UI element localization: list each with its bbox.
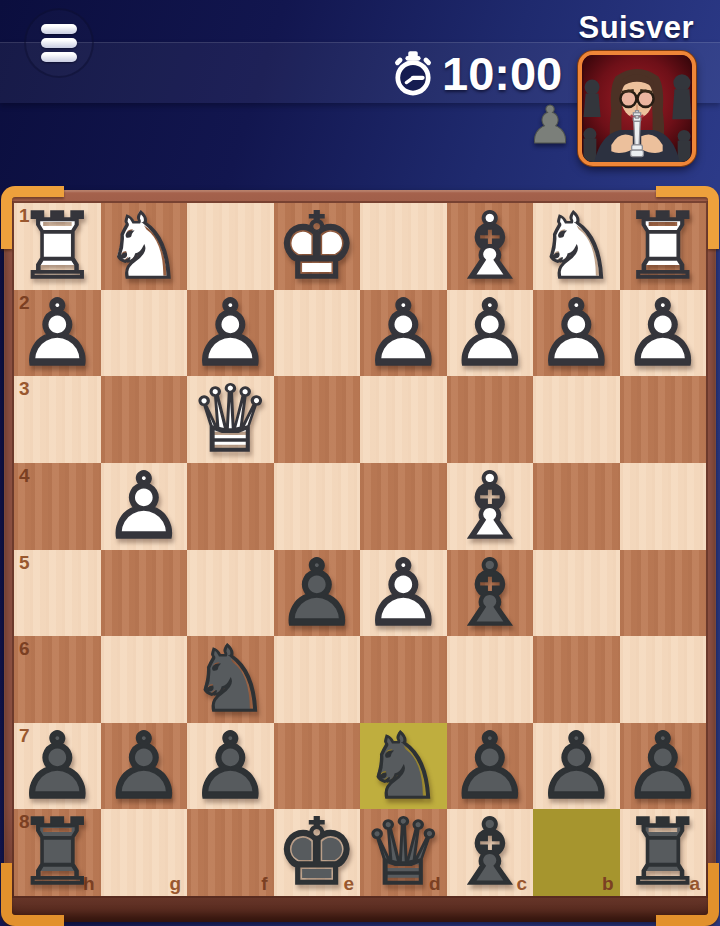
black-pawn-g7[interactable]: ♟♙: [101, 723, 188, 810]
square-a6[interactable]: [620, 636, 707, 723]
white-pawn-outline: ♙: [620, 290, 707, 377]
square-c8[interactable]: c♝♗: [447, 809, 534, 896]
square-c3[interactable]: [447, 376, 534, 463]
black-bishop-c5[interactable]: ♝♗: [447, 550, 534, 637]
square-d3[interactable]: [360, 376, 447, 463]
white-knight-b1[interactable]: ♞♘: [533, 203, 620, 290]
board-corner-bracket-top-left: [1, 186, 64, 249]
square-b6[interactable]: [533, 636, 620, 723]
black-pawn-h7[interactable]: ♟♙: [14, 723, 101, 810]
white-pawn-outline: ♙: [14, 290, 101, 377]
board-corner-bracket-top-right: [656, 186, 719, 249]
square-d1[interactable]: [360, 203, 447, 290]
square-f8[interactable]: f: [187, 809, 274, 896]
white-king-outline: ♔: [274, 203, 361, 290]
square-c6[interactable]: [447, 636, 534, 723]
rank-label-5: 5: [19, 553, 30, 572]
square-a2[interactable]: ♟♙: [620, 290, 707, 377]
white-pawn-c2[interactable]: ♟♙: [447, 290, 534, 377]
white-queen-f3[interactable]: ♛♕: [187, 376, 274, 463]
white-bishop-c4[interactable]: ♝♗: [447, 463, 534, 550]
board-corner-bracket-bottom-right: [656, 863, 719, 926]
square-f7[interactable]: ♟♙: [187, 723, 274, 810]
stopwatch-icon: [394, 51, 432, 97]
file-label-g: g: [169, 874, 181, 893]
white-pawn-a2[interactable]: ♟♙: [620, 290, 707, 377]
white-pawn-f2[interactable]: ♟♙: [187, 290, 274, 377]
square-f2[interactable]: ♟♙: [187, 290, 274, 377]
square-a3[interactable]: [620, 376, 707, 463]
white-pawn-outline: ♙: [447, 290, 534, 377]
black-pawn-outline: ♙: [620, 723, 707, 810]
square-b7[interactable]: ♟♙: [533, 723, 620, 810]
white-pawn-outline: ♙: [187, 290, 274, 377]
square-g7[interactable]: ♟♙: [101, 723, 188, 810]
white-knight-g1[interactable]: ♞♘: [101, 203, 188, 290]
square-g2[interactable]: [101, 290, 188, 377]
square-h5[interactable]: 5: [14, 550, 101, 637]
black-pawn-outline: ♙: [274, 550, 361, 637]
black-knight-outline: ♘: [187, 636, 274, 723]
square-h6[interactable]: 6: [14, 636, 101, 723]
black-pawn-outline: ♙: [187, 723, 274, 810]
white-pawn-h2[interactable]: ♟♙: [14, 290, 101, 377]
opponent-avatar[interactable]: [578, 51, 696, 166]
captured-pawn-icon: ♟: [526, 96, 574, 154]
rank-label-6: 6: [19, 639, 30, 658]
square-e7[interactable]: [274, 723, 361, 810]
square-f1[interactable]: [187, 203, 274, 290]
rank-label-4: 4: [19, 466, 30, 485]
square-b4[interactable]: [533, 463, 620, 550]
square-e3[interactable]: [274, 376, 361, 463]
black-pawn-b7[interactable]: ♟♙: [533, 723, 620, 810]
black-pawn-a7[interactable]: ♟♙: [620, 723, 707, 810]
black-queen-d8[interactable]: ♛♕: [360, 809, 447, 896]
square-d8[interactable]: d♛♕: [360, 809, 447, 896]
square-b2[interactable]: ♟♙: [533, 290, 620, 377]
square-c7[interactable]: ♟♙: [447, 723, 534, 810]
square-f5[interactable]: [187, 550, 274, 637]
square-h4[interactable]: 4: [14, 463, 101, 550]
black-pawn-e5[interactable]: ♟♙: [274, 550, 361, 637]
white-bishop-c1[interactable]: ♝♗: [447, 203, 534, 290]
square-c5[interactable]: ♝♗: [447, 550, 534, 637]
white-knight-outline: ♘: [533, 203, 620, 290]
black-knight-d7[interactable]: ♞♘: [360, 723, 447, 810]
white-pawn-outline: ♙: [101, 463, 188, 550]
square-e5[interactable]: ♟♙: [274, 550, 361, 637]
square-g4[interactable]: ♟♙: [101, 463, 188, 550]
black-pawn-f7[interactable]: ♟♙: [187, 723, 274, 810]
square-e1[interactable]: ♚♔: [274, 203, 361, 290]
square-b5[interactable]: [533, 550, 620, 637]
square-f4[interactable]: [187, 463, 274, 550]
black-king-outline: ♔: [274, 809, 361, 896]
square-e6[interactable]: [274, 636, 361, 723]
square-c4[interactable]: ♝♗: [447, 463, 534, 550]
black-bishop-outline: ♗: [447, 550, 534, 637]
square-b3[interactable]: [533, 376, 620, 463]
square-g3[interactable]: [101, 376, 188, 463]
menu-button[interactable]: [24, 8, 94, 78]
square-g8[interactable]: g: [101, 809, 188, 896]
square-b1[interactable]: ♞♘: [533, 203, 620, 290]
white-pawn-outline: ♙: [360, 550, 447, 637]
black-pawn-outline: ♙: [14, 723, 101, 810]
square-g6[interactable]: [101, 636, 188, 723]
clock-time: 10:00: [442, 50, 562, 97]
black-pawn-outline: ♙: [533, 723, 620, 810]
square-e4[interactable]: [274, 463, 361, 550]
file-label-b: b: [602, 874, 614, 893]
square-g5[interactable]: [101, 550, 188, 637]
square-b8[interactable]: b: [533, 809, 620, 896]
white-knight-outline: ♘: [101, 203, 188, 290]
black-bishop-outline: ♗: [447, 809, 534, 896]
white-pawn-d2[interactable]: ♟♙: [360, 290, 447, 377]
square-d4[interactable]: [360, 463, 447, 550]
black-king-e8[interactable]: ♚♔: [274, 809, 361, 896]
opponent-name: Suisver: [578, 10, 694, 46]
square-e2[interactable]: [274, 290, 361, 377]
white-queen-outline: ♕: [187, 376, 274, 463]
board-squares: 1♜♖♞♘♚♔♝♗♞♘♜♖2♟♙♟♙♟♙♟♙♟♙♟♙3♛♕4♟♙♝♗5♟♙♟♙♝…: [14, 203, 706, 896]
hamburger-icon: [41, 24, 77, 34]
square-c2[interactable]: ♟♙: [447, 290, 534, 377]
square-d7[interactable]: ♞♘: [360, 723, 447, 810]
square-e8[interactable]: e♚♔: [274, 809, 361, 896]
file-label-f: f: [261, 874, 267, 893]
chess-board: 1♜♖♞♘♚♔♝♗♞♘♜♖2♟♙♟♙♟♙♟♙♟♙♟♙3♛♕4♟♙♝♗5♟♙♟♙♝…: [4, 190, 716, 922]
black-pawn-outline: ♙: [101, 723, 188, 810]
rank-label-3: 3: [19, 379, 30, 398]
square-h3[interactable]: 3: [14, 376, 101, 463]
board-corner-bracket-bottom-left: [1, 863, 64, 926]
black-pawn-outline: ♙: [447, 723, 534, 810]
square-d2[interactable]: ♟♙: [360, 290, 447, 377]
black-queen-outline: ♕: [360, 809, 447, 896]
square-f6[interactable]: ♞♘: [187, 636, 274, 723]
square-a5[interactable]: [620, 550, 707, 637]
white-king-e1[interactable]: ♚♔: [274, 203, 361, 290]
black-bishop-c8[interactable]: ♝♗: [447, 809, 534, 896]
square-f3[interactable]: ♛♕: [187, 376, 274, 463]
black-pawn-c7[interactable]: ♟♙: [447, 723, 534, 810]
opponent-clock: 10:00: [394, 50, 562, 97]
white-bishop-outline: ♗: [447, 203, 534, 290]
white-pawn-d5[interactable]: ♟♙: [360, 550, 447, 637]
black-knight-f6[interactable]: ♞♘: [187, 636, 274, 723]
square-c1[interactable]: ♝♗: [447, 203, 534, 290]
square-a7[interactable]: ♟♙: [620, 723, 707, 810]
avatar-portrait: [582, 55, 692, 162]
black-knight-outline: ♘: [360, 723, 447, 810]
white-pawn-outline: ♙: [533, 290, 620, 377]
square-h7[interactable]: 7♟♙: [14, 723, 101, 810]
square-g1[interactable]: ♞♘: [101, 203, 188, 290]
white-pawn-outline: ♙: [360, 290, 447, 377]
square-d5[interactable]: ♟♙: [360, 550, 447, 637]
white-pawn-g4[interactable]: ♟♙: [101, 463, 188, 550]
square-a4[interactable]: [620, 463, 707, 550]
white-pawn-b2[interactable]: ♟♙: [533, 290, 620, 377]
white-bishop-outline: ♗: [447, 463, 534, 550]
square-d6[interactable]: [360, 636, 447, 723]
square-h2[interactable]: 2♟♙: [14, 290, 101, 377]
